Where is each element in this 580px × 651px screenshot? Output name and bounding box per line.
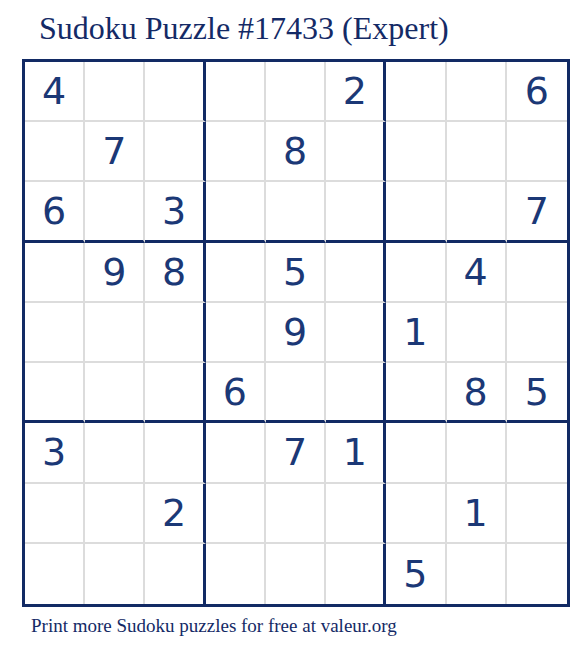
cell-r9c5 xyxy=(266,544,326,604)
cell-r8c8: 1 xyxy=(447,484,507,544)
cell-r3c4 xyxy=(206,182,266,242)
cell-r5c3 xyxy=(145,303,205,363)
cell-r2c5: 8 xyxy=(266,122,326,182)
cell-r5c2 xyxy=(85,303,145,363)
cell-r2c1 xyxy=(25,122,85,182)
cell-r1c1: 4 xyxy=(25,62,85,122)
cell-r3c5 xyxy=(266,182,326,242)
cell-r7c8 xyxy=(447,423,507,483)
cell-r3c1: 6 xyxy=(25,182,85,242)
cell-r6c2 xyxy=(85,363,145,423)
cell-r5c7: 1 xyxy=(386,303,446,363)
footer-text: Print more Sudoku puzzles for free at va… xyxy=(31,615,397,637)
cell-r6c6 xyxy=(326,363,386,423)
cell-r9c8 xyxy=(447,544,507,604)
cell-r7c6: 1 xyxy=(326,423,386,483)
cell-r6c8: 8 xyxy=(447,363,507,423)
cell-r8c5 xyxy=(266,484,326,544)
cell-r9c7: 5 xyxy=(386,544,446,604)
cell-r1c8 xyxy=(447,62,507,122)
cell-r4c1 xyxy=(25,243,85,303)
cell-r1c7 xyxy=(386,62,446,122)
cell-r8c3: 2 xyxy=(145,484,205,544)
cell-r7c1: 3 xyxy=(25,423,85,483)
cell-r4c3: 8 xyxy=(145,243,205,303)
cell-r8c9 xyxy=(507,484,567,544)
cell-r5c6 xyxy=(326,303,386,363)
cell-r6c3 xyxy=(145,363,205,423)
cell-r3c7 xyxy=(386,182,446,242)
cell-r8c4 xyxy=(206,484,266,544)
cell-r4c8: 4 xyxy=(447,243,507,303)
cell-r1c3 xyxy=(145,62,205,122)
cell-r2c6 xyxy=(326,122,386,182)
cell-r5c9 xyxy=(507,303,567,363)
cell-r7c5: 7 xyxy=(266,423,326,483)
cell-r4c2: 9 xyxy=(85,243,145,303)
cell-r6c5 xyxy=(266,363,326,423)
cell-r5c5: 9 xyxy=(266,303,326,363)
cell-r1c5 xyxy=(266,62,326,122)
cell-r6c4: 6 xyxy=(206,363,266,423)
cell-r7c2 xyxy=(85,423,145,483)
cell-r6c1 xyxy=(25,363,85,423)
cell-r1c9: 6 xyxy=(507,62,567,122)
cell-r9c3 xyxy=(145,544,205,604)
cell-r6c9: 5 xyxy=(507,363,567,423)
cell-r2c4 xyxy=(206,122,266,182)
cell-r2c9 xyxy=(507,122,567,182)
cell-r9c9 xyxy=(507,544,567,604)
cell-r7c3 xyxy=(145,423,205,483)
cell-r6c7 xyxy=(386,363,446,423)
sudoku-page: Sudoku Puzzle #17433 (Expert) 4267863798… xyxy=(0,0,580,651)
cell-r5c1 xyxy=(25,303,85,363)
cell-r8c6 xyxy=(326,484,386,544)
cell-r4c6 xyxy=(326,243,386,303)
cell-r8c7 xyxy=(386,484,446,544)
cell-r3c9: 7 xyxy=(507,182,567,242)
cell-r9c1 xyxy=(25,544,85,604)
sudoku-grid: 42678637985491685371215 xyxy=(22,59,570,607)
cell-r4c9 xyxy=(507,243,567,303)
page-title: Sudoku Puzzle #17433 (Expert) xyxy=(39,10,449,47)
cell-r8c2 xyxy=(85,484,145,544)
cell-r9c4 xyxy=(206,544,266,604)
cell-r5c4 xyxy=(206,303,266,363)
cell-r1c6: 2 xyxy=(326,62,386,122)
cell-r3c6 xyxy=(326,182,386,242)
cell-r4c4 xyxy=(206,243,266,303)
cell-r7c9 xyxy=(507,423,567,483)
cell-r1c4 xyxy=(206,62,266,122)
cell-r3c8 xyxy=(447,182,507,242)
cell-r7c4 xyxy=(206,423,266,483)
cell-r1c2 xyxy=(85,62,145,122)
cell-r2c2: 7 xyxy=(85,122,145,182)
cell-r4c7 xyxy=(386,243,446,303)
cell-r2c7 xyxy=(386,122,446,182)
cell-r3c2 xyxy=(85,182,145,242)
cell-r9c2 xyxy=(85,544,145,604)
cell-r4c5: 5 xyxy=(266,243,326,303)
cell-r3c3: 3 xyxy=(145,182,205,242)
cell-r2c3 xyxy=(145,122,205,182)
cell-r2c8 xyxy=(447,122,507,182)
cell-r7c7 xyxy=(386,423,446,483)
cell-r9c6 xyxy=(326,544,386,604)
cell-r8c1 xyxy=(25,484,85,544)
cell-r5c8 xyxy=(447,303,507,363)
